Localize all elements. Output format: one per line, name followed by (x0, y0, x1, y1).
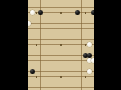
letterbox-right-bar (94, 0, 121, 90)
board-cell[interactable] (38, 10, 42, 15)
board-cell[interactable] (88, 69, 92, 74)
letterbox-left-bar (0, 0, 28, 90)
board-grid (28, 0, 94, 90)
go-board[interactable] (28, 0, 94, 90)
board-cell[interactable] (30, 69, 34, 74)
board-cell[interactable] (92, 10, 94, 15)
board-cell[interactable] (30, 10, 34, 15)
board-cell[interactable] (28, 21, 30, 26)
black-stone (91, 10, 93, 15)
screenshot-frame (0, 0, 120, 90)
white-stone (28, 21, 31, 26)
board-cell[interactable] (75, 10, 79, 15)
board-cell[interactable] (92, 58, 94, 63)
black-stone (30, 69, 35, 74)
white-stone (91, 58, 93, 63)
white-stone (30, 10, 35, 15)
